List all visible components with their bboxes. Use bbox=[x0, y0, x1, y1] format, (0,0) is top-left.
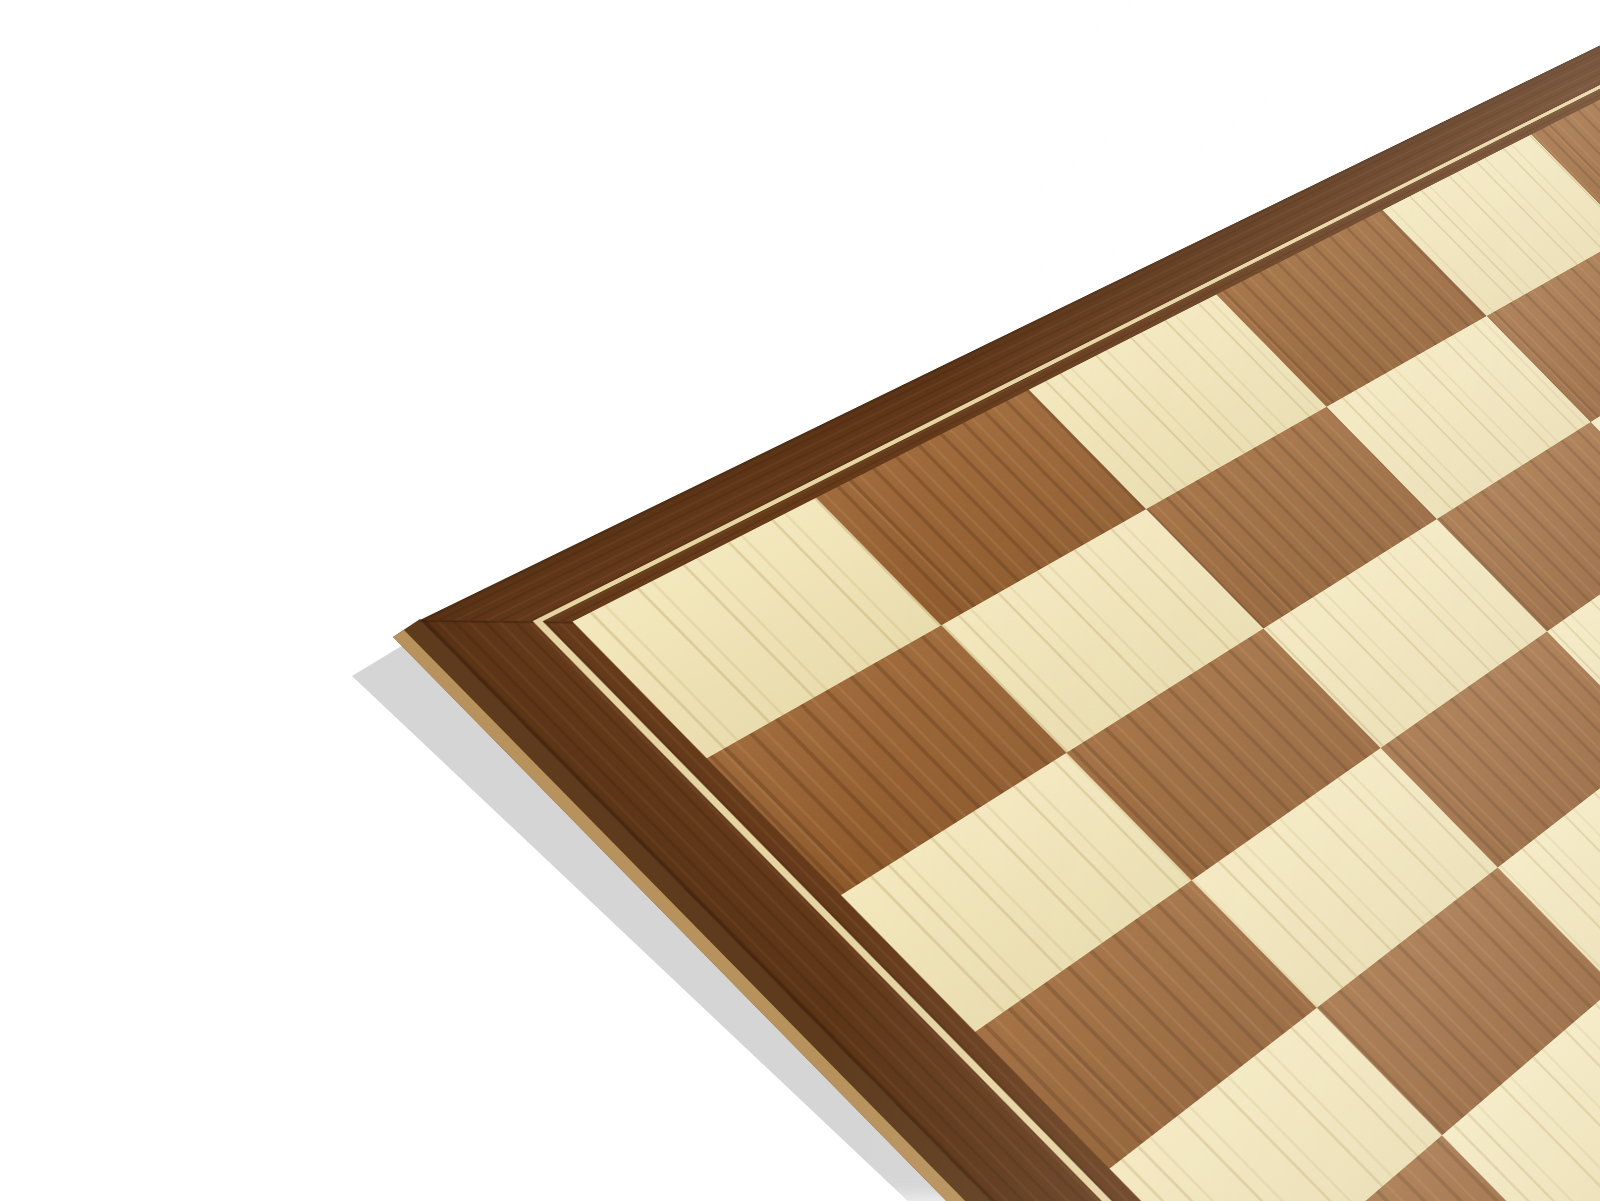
frame-mitre-seam bbox=[419, 620, 574, 623]
chessboard bbox=[420, 0, 1600, 1201]
chessboard-photo bbox=[0, 0, 1600, 1201]
